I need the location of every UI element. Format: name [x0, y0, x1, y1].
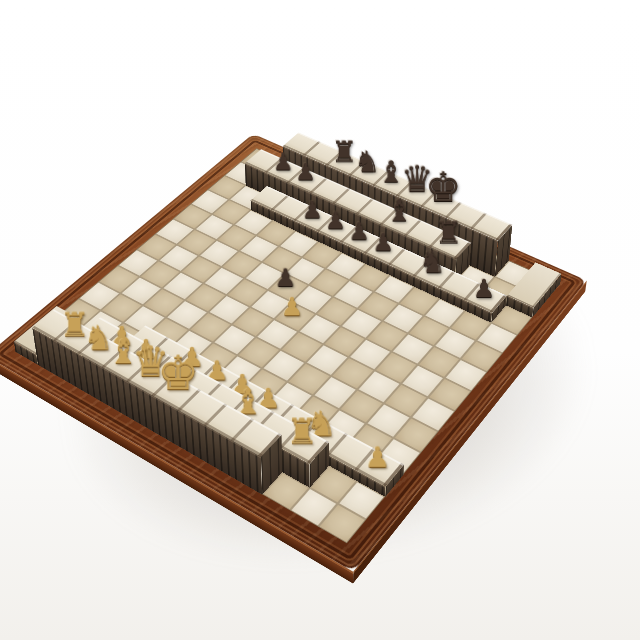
light-king-glyph: ♚	[157, 350, 190, 397]
light-pawn-glyph: ♟	[361, 443, 395, 471]
scene-viewport: ♜♞♝♛♚♟♟♝♜♟♟♟♟♞♟ ♜♞♝♛♚♟♟♝♜♟♟♟♟♞♟ ♟♟	[0, 0, 640, 640]
dark-pawn-glyph: ♟	[292, 160, 320, 183]
dark-pawn-glyph: ♟	[369, 230, 398, 254]
light-pawn-glyph: ♟	[277, 294, 307, 319]
product-photo-chess-set: ♜♞♝♛♚♟♟♝♜♟♟♟♟♞♟ ♜♞♝♛♚♟♟♝♜♟♟♟♟♞♟ ♟♟	[0, 0, 640, 640]
dark-knight-glyph: ♞	[418, 247, 447, 277]
chess-set: ♜♞♝♛♚♟♟♝♜♟♟♟♟♞♟ ♜♞♝♛♚♟♟♝♜♟♟♟♟♞♟ ♟♟	[0, 134, 587, 572]
dark-pawn-glyph: ♟	[271, 265, 300, 290]
dark-pawn-glyph: ♟	[469, 276, 499, 301]
dark-bishop-glyph: ♝	[385, 196, 414, 226]
dark-king-glyph: ♚	[425, 167, 454, 207]
light-rook-glyph: ♜	[285, 414, 319, 449]
